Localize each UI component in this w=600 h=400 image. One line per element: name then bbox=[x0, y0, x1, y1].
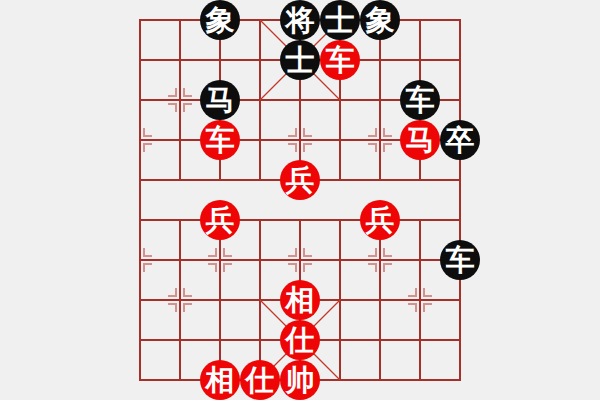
black-chariot[interactable]: 车 bbox=[440, 240, 480, 280]
board-grid[interactable]: 象将士象士车马车车马卒兵兵兵车相仕相仕帅 bbox=[120, 0, 480, 400]
red-elephant[interactable]: 相 bbox=[280, 280, 320, 320]
red-soldier[interactable]: 兵 bbox=[200, 200, 240, 240]
black-advisor[interactable]: 士 bbox=[280, 40, 320, 80]
red-advisor[interactable]: 仕 bbox=[280, 320, 320, 360]
red-soldier[interactable]: 兵 bbox=[360, 200, 400, 240]
black-horse[interactable]: 马 bbox=[200, 80, 240, 120]
black-advisor[interactable]: 士 bbox=[320, 0, 360, 40]
red-advisor[interactable]: 仕 bbox=[240, 360, 280, 400]
xiangqi-board: 象将士象士车马车车马卒兵兵兵车相仕相仕帅 bbox=[0, 0, 600, 400]
black-general[interactable]: 将 bbox=[280, 0, 320, 40]
xiangqi-app: 象将士象士车马车车马卒兵兵兵车相仕相仕帅 bbox=[0, 0, 600, 400]
red-chariot[interactable]: 车 bbox=[200, 120, 240, 160]
red-soldier[interactable]: 兵 bbox=[280, 160, 320, 200]
black-elephant[interactable]: 象 bbox=[360, 0, 400, 40]
red-chariot[interactable]: 车 bbox=[320, 40, 360, 80]
red-elephant[interactable]: 相 bbox=[200, 360, 240, 400]
black-chariot[interactable]: 车 bbox=[400, 80, 440, 120]
black-elephant[interactable]: 象 bbox=[200, 0, 240, 40]
red-general[interactable]: 帅 bbox=[280, 360, 320, 400]
red-horse[interactable]: 马 bbox=[400, 120, 440, 160]
black-soldier[interactable]: 卒 bbox=[440, 120, 480, 160]
